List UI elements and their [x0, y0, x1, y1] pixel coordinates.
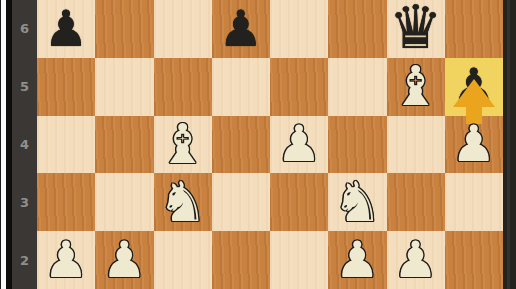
square-a2[interactable]: ♟ — [37, 231, 95, 289]
white-pawn: ♟ — [277, 119, 322, 169]
square-d5[interactable] — [212, 58, 270, 116]
square-d6[interactable]: ♟ — [212, 0, 270, 58]
black-pawn: ♟ — [44, 4, 89, 54]
square-a5[interactable] — [37, 58, 95, 116]
square-e2[interactable] — [270, 231, 328, 289]
chess-board-screenshot: 65432 ♟♟♛♝♟♝♟♟♞♞♟♟♟♟ — [0, 0, 516, 289]
square-h2[interactable] — [445, 231, 503, 289]
white-bishop: ♝ — [391, 59, 440, 114]
square-e5[interactable] — [270, 58, 328, 116]
black-pawn: ♟ — [218, 4, 263, 54]
square-h5[interactable]: ♟ — [445, 58, 503, 116]
square-f2[interactable]: ♟ — [328, 231, 386, 289]
white-bishop: ♝ — [158, 117, 207, 172]
black-queen: ♛ — [389, 0, 443, 57]
square-h3[interactable] — [445, 173, 503, 231]
square-b4[interactable] — [95, 116, 153, 174]
square-e6[interactable] — [270, 0, 328, 58]
right-dark-bar — [503, 0, 516, 289]
square-h4[interactable]: ♟ — [445, 116, 503, 174]
square-g3[interactable] — [387, 173, 445, 231]
square-b6[interactable] — [95, 0, 153, 58]
rank-label-3: 3 — [12, 173, 37, 231]
square-c3[interactable]: ♞ — [154, 173, 212, 231]
square-e4[interactable]: ♟ — [270, 116, 328, 174]
square-g4[interactable] — [387, 116, 445, 174]
rank-label-4: 4 — [12, 116, 37, 174]
square-a4[interactable] — [37, 116, 95, 174]
white-pawn: ♟ — [44, 235, 89, 285]
square-b5[interactable] — [95, 58, 153, 116]
square-c4[interactable]: ♝ — [154, 116, 212, 174]
square-c6[interactable] — [154, 0, 212, 58]
white-knight: ♞ — [333, 175, 382, 230]
white-pawn: ♟ — [335, 235, 380, 285]
square-a6[interactable]: ♟ — [37, 0, 95, 58]
rank-label-6: 6 — [12, 0, 37, 58]
square-d4[interactable] — [212, 116, 270, 174]
square-c2[interactable] — [154, 231, 212, 289]
white-pawn: ♟ — [451, 119, 496, 169]
square-f5[interactable] — [328, 58, 386, 116]
square-c5[interactable] — [154, 58, 212, 116]
square-g6[interactable]: ♛ — [387, 0, 445, 58]
move-arrow-up-head — [453, 79, 495, 107]
square-f4[interactable] — [328, 116, 386, 174]
white-pawn: ♟ — [102, 235, 147, 285]
square-b2[interactable]: ♟ — [95, 231, 153, 289]
square-e3[interactable] — [270, 173, 328, 231]
chess-board: ♟♟♛♝♟♝♟♟♞♞♟♟♟♟ — [37, 0, 503, 289]
square-a3[interactable] — [37, 173, 95, 231]
square-g5[interactable]: ♝ — [387, 58, 445, 116]
square-d3[interactable] — [212, 173, 270, 231]
rank-label-2: 2 — [12, 231, 37, 289]
white-pawn: ♟ — [393, 235, 438, 285]
square-h6[interactable] — [445, 0, 503, 58]
square-f3[interactable]: ♞ — [328, 173, 386, 231]
rank-label-5: 5 — [12, 58, 37, 116]
square-f6[interactable] — [328, 0, 386, 58]
square-g2[interactable]: ♟ — [387, 231, 445, 289]
square-b3[interactable] — [95, 173, 153, 231]
right-bar-groove — [507, 0, 510, 289]
white-knight: ♞ — [158, 175, 207, 230]
rank-coordinate-strip: 65432 — [12, 0, 37, 289]
square-d2[interactable] — [212, 231, 270, 289]
